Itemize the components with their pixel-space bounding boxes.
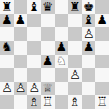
square-g4[interactable]	[82, 55, 96, 69]
square-a8[interactable]: ♜	[0, 0, 14, 14]
square-c2[interactable]: ♟♙	[27, 82, 41, 96]
square-h2[interactable]	[95, 82, 109, 96]
square-b7[interactable]: ♟	[14, 14, 28, 28]
white-pawn-icon-fill: ♟	[14, 82, 28, 96]
white-pawn-icon: ♙	[27, 82, 41, 96]
square-f1[interactable]: ♝♗	[68, 95, 82, 109]
black-pawn-icon: ♟	[41, 55, 55, 69]
white-bishop-icon: ♗	[68, 95, 82, 109]
square-a5[interactable]: ♞	[0, 41, 14, 55]
square-d1[interactable]: ♜♖	[41, 95, 55, 109]
white-pawn-icon: ♙	[68, 68, 82, 82]
white-pawn-icon-fill: ♟	[82, 27, 96, 41]
square-g8[interactable]: ♚	[82, 0, 96, 14]
square-d4[interactable]: ♟	[41, 55, 55, 69]
white-pawn-icon-fill: ♟	[27, 82, 41, 96]
white-pawn-icon: ♙	[14, 82, 28, 96]
square-c4[interactable]	[27, 55, 41, 69]
black-pawn-icon: ♟	[82, 41, 96, 55]
white-pawn-icon: ♙	[82, 27, 96, 41]
black-pawn-icon: ♟	[0, 14, 14, 28]
square-h7[interactable]: ♟	[95, 14, 109, 28]
square-d7[interactable]	[41, 14, 55, 28]
square-b3[interactable]	[14, 68, 28, 82]
white-bishop-icon: ♗	[27, 95, 41, 109]
square-b4[interactable]	[14, 55, 28, 69]
square-e8[interactable]	[55, 0, 69, 14]
square-b5[interactable]	[14, 41, 28, 55]
chess-board: ♜♝♛♜♚♟♟♝♟♟♙♞♟♟♟♞♘♟♙♟♙♟♙♟♙♛♕♝♗♜♖♝♗♜♖	[0, 0, 109, 109]
square-a4[interactable]	[0, 55, 14, 69]
square-a6[interactable]	[0, 27, 14, 41]
square-f8[interactable]: ♜	[68, 0, 82, 14]
square-e1[interactable]	[55, 95, 69, 109]
white-rook-icon: ♖	[95, 95, 109, 109]
square-c8[interactable]: ♝	[27, 0, 41, 14]
square-c7[interactable]	[27, 14, 41, 28]
square-f4[interactable]	[68, 55, 82, 69]
white-knight-icon: ♘	[55, 55, 69, 69]
square-e3[interactable]	[55, 68, 69, 82]
square-a7[interactable]: ♟	[0, 14, 14, 28]
black-queen-icon: ♛	[41, 0, 55, 14]
black-king-icon: ♚	[82, 0, 96, 14]
square-d8[interactable]: ♛	[41, 0, 55, 14]
white-rook-icon-fill: ♜	[41, 95, 55, 109]
white-pawn-icon-fill: ♟	[68, 68, 82, 82]
square-g5[interactable]: ♟	[82, 41, 96, 55]
square-h6[interactable]	[95, 27, 109, 41]
black-knight-icon: ♞	[0, 41, 14, 55]
square-b8[interactable]	[14, 0, 28, 14]
square-f7[interactable]	[68, 14, 82, 28]
square-e4[interactable]: ♞♘	[55, 55, 69, 69]
black-bishop-icon: ♝	[27, 0, 41, 14]
square-g3[interactable]	[82, 68, 96, 82]
black-pawn-icon: ♟	[14, 14, 28, 28]
square-h1[interactable]: ♜♖	[95, 95, 109, 109]
square-c3[interactable]	[27, 68, 41, 82]
square-d5[interactable]	[41, 41, 55, 55]
white-pawn-icon: ♙	[0, 82, 14, 96]
square-b2[interactable]: ♟♙	[14, 82, 28, 96]
white-pawn-icon-fill: ♟	[0, 82, 14, 96]
white-queen-icon: ♕	[41, 82, 55, 96]
black-pawn-icon: ♟	[95, 14, 109, 28]
black-rook-icon: ♜	[68, 0, 82, 14]
white-rook-icon: ♖	[41, 95, 55, 109]
square-g7[interactable]: ♝	[82, 14, 96, 28]
square-f6[interactable]	[68, 27, 82, 41]
square-g6[interactable]: ♟♙	[82, 27, 96, 41]
square-e5[interactable]: ♟	[55, 41, 69, 55]
square-d6[interactable]	[41, 27, 55, 41]
black-pawn-icon: ♟	[55, 41, 69, 55]
square-b1[interactable]	[14, 95, 28, 109]
square-d2[interactable]: ♛♕	[41, 82, 55, 96]
white-bishop-icon-fill: ♝	[27, 95, 41, 109]
white-knight-icon-fill: ♞	[55, 55, 69, 69]
square-a3[interactable]	[0, 68, 14, 82]
black-bishop-icon: ♝	[82, 14, 96, 28]
square-f2[interactable]	[68, 82, 82, 96]
square-g1[interactable]	[82, 95, 96, 109]
white-queen-icon-fill: ♛	[41, 82, 55, 96]
square-a1[interactable]	[0, 95, 14, 109]
square-b6[interactable]	[14, 27, 28, 41]
square-f5[interactable]	[68, 41, 82, 55]
square-h4[interactable]	[95, 55, 109, 69]
square-d3[interactable]	[41, 68, 55, 82]
square-h8[interactable]	[95, 0, 109, 14]
square-c1[interactable]: ♝♗	[27, 95, 41, 109]
square-e7[interactable]	[55, 14, 69, 28]
black-rook-icon: ♜	[0, 0, 14, 14]
square-a2[interactable]: ♟♙	[0, 82, 14, 96]
square-c6[interactable]	[27, 27, 41, 41]
white-rook-icon-fill: ♜	[95, 95, 109, 109]
square-f3[interactable]: ♟♙	[68, 68, 82, 82]
square-c5[interactable]	[27, 41, 41, 55]
square-e2[interactable]	[55, 82, 69, 96]
square-h3[interactable]	[95, 68, 109, 82]
square-h5[interactable]	[95, 41, 109, 55]
square-g2[interactable]	[82, 82, 96, 96]
white-bishop-icon-fill: ♝	[68, 95, 82, 109]
square-e6[interactable]	[55, 27, 69, 41]
